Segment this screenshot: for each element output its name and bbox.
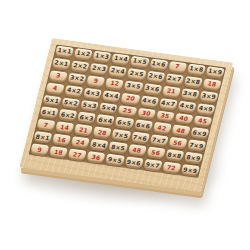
- cube-label: 4×4: [104, 92, 119, 100]
- cube-r3-c7[interactable]: 21: [161, 86, 180, 99]
- cube-r3-c2[interactable]: 3×2: [67, 73, 86, 86]
- cube-r2-c3[interactable]: 2×3: [89, 63, 108, 76]
- cube-label: 9: [37, 146, 43, 152]
- cube-r4-c9[interactable]: 4×9: [196, 103, 215, 116]
- cube-label: 4×9: [198, 105, 213, 113]
- cube-r3-c6[interactable]: 3×6: [143, 83, 162, 96]
- cube-label: 4×7: [161, 100, 176, 108]
- cube-label: 7×6: [132, 134, 147, 142]
- cube-r5-c8[interactable]: 40: [174, 113, 193, 126]
- cube-label: 4×8: [179, 102, 194, 110]
- cube-r2-c6[interactable]: 2×6: [146, 71, 165, 84]
- cube-label: 7: [43, 122, 49, 128]
- cube-label: 8×9: [186, 154, 201, 162]
- cube-label: 2×7: [167, 75, 182, 83]
- cube-r6-c2[interactable]: 6×2: [58, 109, 77, 122]
- cube-label: 6×9: [192, 130, 207, 138]
- cube-r7-c8[interactable]: 56: [168, 137, 187, 150]
- cube-label: 6×3: [79, 114, 94, 122]
- cube-r7-c6[interactable]: 7×6: [130, 132, 149, 145]
- cube-r6-c4[interactable]: 6×4: [96, 115, 115, 128]
- cube-grid: 1×11×21×31×41×51×671×81×92×12×22×32×42×5…: [29, 45, 226, 178]
- cube-r5-c4[interactable]: 5×4: [99, 102, 118, 115]
- cube-label: 30: [141, 110, 151, 117]
- cube-label: 48: [176, 127, 186, 134]
- cube-r3-c3[interactable]: 9: [86, 75, 105, 88]
- cube-r4-c2[interactable]: 4×2: [64, 85, 83, 98]
- cube-r3-c1[interactable]: 3: [48, 70, 67, 83]
- cube-label: 2×8: [186, 78, 201, 86]
- cube-label: 6×2: [60, 111, 75, 119]
- cube-r8-c8[interactable]: 8×8: [165, 149, 184, 162]
- cube-label: 4×3: [85, 90, 100, 98]
- cube-r7-c5[interactable]: 7×5: [111, 129, 130, 142]
- cube-r9-c7[interactable]: 9×7: [143, 159, 162, 172]
- cube-label: 24: [75, 139, 85, 146]
- cube-label: 4×6: [142, 97, 157, 105]
- cube-label: 2×4: [110, 68, 125, 76]
- cube-r1-c9[interactable]: 1×9: [205, 66, 224, 79]
- cube-label: 8×4: [92, 141, 107, 149]
- cube-label: 25: [122, 107, 132, 114]
- cube-label: 16: [57, 136, 67, 143]
- cube-label: 27: [72, 151, 82, 158]
- cube-r7-c4[interactable]: 28: [93, 127, 112, 140]
- cube-label: 7×7: [151, 137, 166, 145]
- cube-r8-c4[interactable]: 8×4: [89, 139, 108, 152]
- cube-label: 21: [166, 88, 176, 95]
- cube-label: 9: [93, 78, 99, 84]
- cube-r5-c5[interactable]: 25: [118, 105, 137, 118]
- cube-r3-c5[interactable]: 3×5: [124, 80, 143, 93]
- cube-r6-c6[interactable]: 6×6: [133, 120, 152, 133]
- cube-r9-c9[interactable]: 9×9: [180, 164, 199, 177]
- cube-label: 48: [132, 147, 142, 154]
- cube-label: 8×8: [167, 151, 182, 159]
- cube-label: 3×9: [201, 93, 216, 101]
- cube-r8-c3[interactable]: 24: [71, 136, 90, 149]
- cube-label: 6×6: [135, 122, 150, 130]
- cube-label: 3×6: [145, 85, 160, 93]
- cube-label: 9×9: [183, 166, 198, 174]
- cube-label: 12: [110, 80, 120, 87]
- cube-label: 72: [166, 164, 176, 171]
- cube-label: 40: [179, 115, 189, 122]
- cube-label: 7×5: [114, 131, 129, 139]
- cube-r1-c7[interactable]: 7: [168, 61, 187, 74]
- cube-label: 8×1: [35, 133, 50, 141]
- cube-label: 2×6: [148, 73, 163, 81]
- cube-r5-c7[interactable]: 35: [155, 110, 174, 123]
- cube-label: 5×3: [82, 102, 97, 110]
- cube-label: 1×4: [113, 55, 128, 63]
- cube-r3-c4[interactable]: 12: [105, 78, 124, 91]
- cube-label: 2×5: [129, 70, 144, 78]
- cube-label: 28: [97, 129, 107, 136]
- cube-r5-c2[interactable]: 5×2: [61, 97, 80, 110]
- cube-label: 21: [79, 127, 89, 134]
- cube-r4-c5[interactable]: 20: [121, 93, 140, 106]
- cube-r8-c9[interactable]: 8×9: [184, 152, 203, 165]
- cube-r5-c6[interactable]: 30: [136, 107, 155, 120]
- cube-label: 3×2: [69, 75, 84, 83]
- cube-r6-c8[interactable]: 48: [171, 125, 190, 138]
- cube-label: 1×5: [132, 58, 147, 66]
- cube-label: 18: [53, 149, 63, 156]
- cube-label: 18: [207, 81, 217, 88]
- cube-r2-c9[interactable]: 18: [202, 78, 221, 91]
- cube-label: 6×1: [41, 109, 56, 117]
- cube-label: 4×2: [66, 87, 81, 95]
- cube-label: 1×8: [189, 66, 204, 74]
- cube-label: 6×5: [117, 119, 132, 127]
- cube-r8-c6[interactable]: 48: [127, 144, 146, 157]
- cube-label: 9×5: [107, 156, 122, 164]
- cube-r1-c4[interactable]: 1×4: [111, 53, 130, 66]
- cube-label: 5×2: [63, 99, 78, 107]
- cube-label: 5×1: [44, 97, 59, 105]
- cube-r9-c3[interactable]: 27: [68, 149, 87, 162]
- cube-r9-c2[interactable]: 18: [49, 146, 68, 159]
- product-photo: 1×11×21×31×41×51×671×81×92×12×22×32×42×5…: [0, 0, 250, 250]
- cube-label: 1×3: [94, 53, 109, 61]
- cube-label: 8×5: [110, 144, 125, 152]
- cube-label: 3×8: [182, 90, 197, 98]
- cube-r5-c9[interactable]: 45: [193, 115, 212, 128]
- cube-r2-c4[interactable]: 2×4: [108, 66, 127, 79]
- cube-r4-c7[interactable]: 4×7: [158, 98, 177, 111]
- cube-label: 36: [91, 154, 101, 161]
- cube-r7-c3[interactable]: 21: [74, 124, 93, 137]
- cube-r7-c7[interactable]: 7×7: [149, 135, 168, 148]
- cube-r4-c4[interactable]: 4×4: [102, 90, 121, 103]
- cube-r2-c7[interactable]: 2×7: [164, 73, 183, 86]
- cube-r8-c7[interactable]: 56: [146, 147, 165, 160]
- cube-r1-c6[interactable]: 1×6: [149, 58, 168, 71]
- cube-label: 1×2: [76, 50, 91, 58]
- cube-r1-c3[interactable]: 1×3: [92, 51, 111, 64]
- cube-r1-c5[interactable]: 1×5: [130, 56, 149, 69]
- cube-label: 6×4: [98, 117, 113, 125]
- cube-label: 35: [160, 112, 170, 119]
- cube-label: 3×5: [126, 82, 141, 90]
- cube-r6-c3[interactable]: 6×3: [77, 112, 96, 125]
- cube-label: 2×2: [73, 62, 88, 70]
- cube-r6-c9[interactable]: 6×9: [190, 127, 209, 140]
- cube-r6-c1[interactable]: 6×1: [39, 107, 58, 120]
- multiplication-board-tray: 1×11×21×31×41×51×671×81×92×12×22×32×42×5…: [19, 38, 233, 192]
- cube-r3-c8[interactable]: 3×8: [180, 88, 199, 101]
- cube-label: 2×3: [91, 65, 106, 73]
- cube-r7-c9[interactable]: 7×9: [187, 140, 206, 153]
- cube-label: 20: [125, 95, 135, 102]
- cube-r6-c5[interactable]: 6×5: [114, 117, 133, 130]
- cube-r4-c3[interactable]: 4×3: [83, 87, 102, 100]
- cube-label: 4: [52, 85, 58, 91]
- cube-r3-c9[interactable]: 3×9: [199, 91, 218, 104]
- cube-r8-c5[interactable]: 8×5: [108, 142, 127, 155]
- cube-r4-c1[interactable]: 4: [45, 82, 64, 95]
- cube-label: 1×1: [57, 48, 72, 56]
- cube-r4-c6[interactable]: 4×6: [139, 95, 158, 108]
- cube-label: 5×4: [101, 104, 116, 112]
- cube-r6-c7[interactable]: 42: [152, 122, 171, 135]
- cube-r9-c6[interactable]: 9×6: [124, 156, 143, 169]
- cube-r2-c8[interactable]: 2×8: [183, 76, 202, 89]
- cube-r2-c5[interactable]: 2×5: [127, 68, 146, 81]
- cube-r2-c2[interactable]: 2×2: [70, 60, 89, 73]
- cube-label: 14: [60, 124, 70, 131]
- cube-r7-c1[interactable]: 7: [36, 119, 55, 132]
- cube-r9-c4[interactable]: 36: [86, 151, 105, 164]
- cube-label: 2×1: [54, 60, 69, 68]
- cube-r8-c2[interactable]: 16: [52, 134, 71, 147]
- cube-label: 56: [173, 140, 183, 147]
- cube-label: 9×7: [145, 161, 160, 169]
- cube-r5-c1[interactable]: 5×1: [42, 95, 61, 108]
- cube-r9-c1[interactable]: 9: [30, 144, 49, 157]
- cube-label: 1×6: [151, 61, 166, 69]
- cube-r2-c1[interactable]: 2×1: [52, 58, 71, 71]
- cube-r8-c1[interactable]: 8×1: [33, 131, 52, 144]
- cube-label: 42: [157, 125, 167, 132]
- cube-label: 45: [198, 118, 208, 125]
- cube-r7-c2[interactable]: 14: [55, 122, 74, 135]
- cube-label: 7×9: [189, 142, 204, 150]
- cube-label: 7: [175, 64, 181, 70]
- cube-r1-c8[interactable]: 1×8: [186, 64, 205, 77]
- cube-label: 56: [151, 149, 161, 156]
- cube-r1-c2[interactable]: 1×2: [73, 48, 92, 61]
- cube-r9-c8[interactable]: 72: [162, 162, 181, 175]
- cube-r5-c3[interactable]: 5×3: [80, 100, 99, 113]
- cube-label: 1×9: [207, 68, 222, 76]
- cube-label: 9×6: [126, 158, 141, 166]
- cube-r9-c5[interactable]: 9×5: [105, 154, 124, 167]
- cube-r4-c8[interactable]: 4×8: [177, 100, 196, 113]
- cube-r1-c1[interactable]: 1×1: [55, 46, 74, 59]
- cube-label: 3: [55, 73, 61, 79]
